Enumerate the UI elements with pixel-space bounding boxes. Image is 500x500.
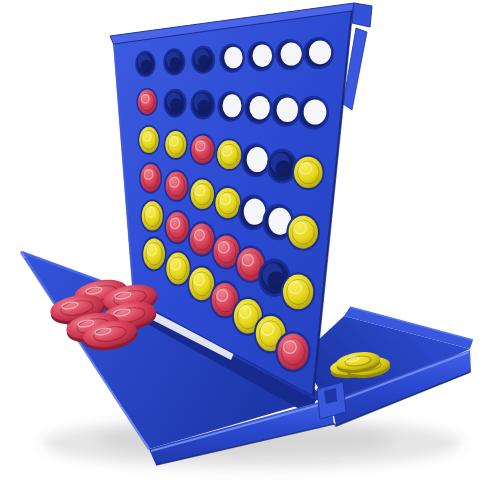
cell-r1c2-empty-hole [163,48,185,75]
cell-r2c7-empty-hole [298,96,330,130]
cell-r5c1-yellow-piece [140,199,164,232]
cell-r3c3-red-piece [190,134,216,166]
cell-r1c3-empty-hole [191,46,215,74]
board-top-tab [352,3,372,27]
cell-r5c2-red-piece [164,210,190,244]
cell-r2c4-empty-hole [218,91,244,122]
cell-r6c7-red-piece [275,331,310,372]
cell-r1c5-empty-hole [247,41,274,71]
case-latch [317,382,346,419]
cell-r4c2-red-piece [164,170,189,203]
scene [0,0,500,500]
cell-r3c2-yellow-piece [164,129,188,160]
cell-r5c7-yellow-piece [281,272,315,311]
cell-r3c7-yellow-piece [292,155,325,191]
cell-r3c6-empty-hole [267,149,298,184]
cell-r6c2-yellow-piece [165,250,192,286]
connect-four-photo [0,0,500,500]
cell-r2c3-empty-hole [191,90,216,120]
cell-r4c7-yellow-piece [286,213,320,251]
cell-r1c7-empty-hole [303,37,334,69]
cell-r2c6-empty-hole [271,94,301,127]
cell-r4c3-yellow-piece [189,177,216,211]
cell-r1c1-empty-hole [135,51,155,77]
cell-r2c5-empty-hole [244,92,272,124]
cell-r3c4-yellow-piece [216,138,243,171]
cell-r4c4-yellow-piece [214,186,242,221]
cell-r3c1-yellow-piece [138,125,160,155]
cell-r5c3-red-piece [188,221,215,256]
cell-r4c1-red-piece [139,162,162,194]
cell-r2c1-red-piece [137,88,158,116]
cell-r3c5-empty-hole [241,143,270,177]
cell-r6c1-yellow-piece [142,236,167,271]
cell-r1c4-empty-hole [219,44,245,73]
cell-r1c6-empty-hole [275,39,304,70]
cell-r2c2-empty-hole [164,89,187,118]
